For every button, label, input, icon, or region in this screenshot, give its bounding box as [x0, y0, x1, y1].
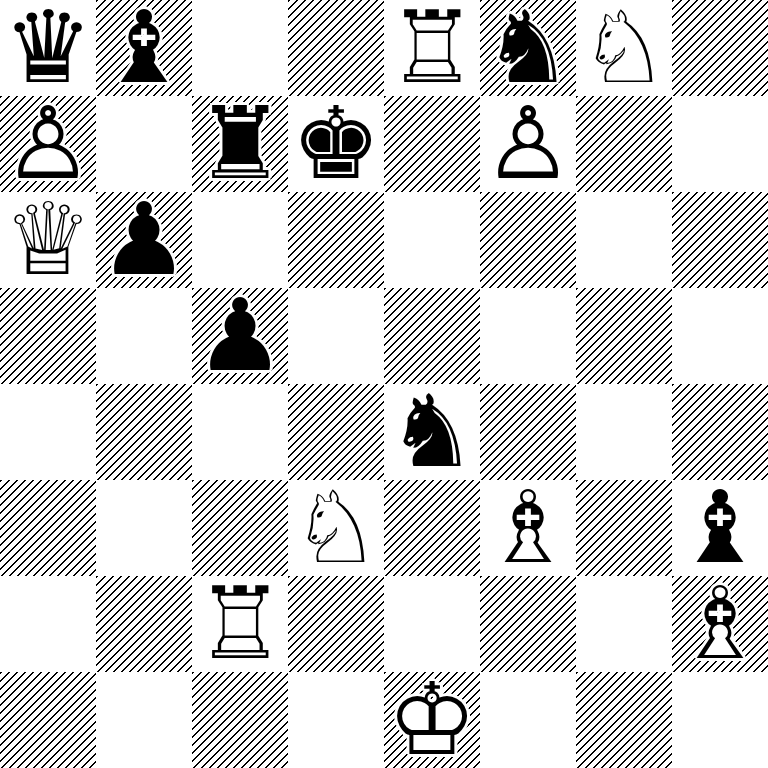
square-g6[interactable]: [576, 192, 672, 288]
white-king[interactable]: ♚♔: [384, 672, 480, 768]
square-b5[interactable]: [96, 288, 192, 384]
square-g3[interactable]: [576, 480, 672, 576]
square-h7[interactable]: [672, 96, 768, 192]
piece-outline-glyph: ♙: [0, 96, 96, 192]
square-d2[interactable]: [288, 576, 384, 672]
black-pawn[interactable]: ♟♟: [192, 288, 288, 384]
square-d3[interactable]: ♞♘: [288, 480, 384, 576]
square-b7[interactable]: [96, 96, 192, 192]
square-c1[interactable]: [192, 672, 288, 768]
square-h8[interactable]: [672, 0, 768, 96]
square-a1[interactable]: [0, 672, 96, 768]
square-a5[interactable]: [0, 288, 96, 384]
square-d1[interactable]: [288, 672, 384, 768]
piece-outline-glyph: ♚: [288, 96, 384, 192]
piece-outline-glyph: ♟: [192, 288, 288, 384]
chess-board: ♛♛♝♝♜♖♞♞♞♘♟♙♜♜♚♚♟♙♛♕♟♟♟♟♞♞♞♘♝♗♝♝♜♖♝♗♚♔: [0, 0, 768, 768]
square-f5[interactable]: [480, 288, 576, 384]
square-h2[interactable]: ♝♗: [672, 576, 768, 672]
square-e3[interactable]: [384, 480, 480, 576]
square-b3[interactable]: [96, 480, 192, 576]
square-b2[interactable]: [96, 576, 192, 672]
square-g1[interactable]: [576, 672, 672, 768]
square-e6[interactable]: [384, 192, 480, 288]
square-d8[interactable]: [288, 0, 384, 96]
square-g8[interactable]: ♞♘: [576, 0, 672, 96]
square-e4[interactable]: ♞♞: [384, 384, 480, 480]
black-rook[interactable]: ♜♜: [192, 96, 288, 192]
white-knight[interactable]: ♞♘: [288, 480, 384, 576]
square-c7[interactable]: ♜♜: [192, 96, 288, 192]
piece-outline-glyph: ♝: [96, 0, 192, 96]
piece-outline-glyph: ♝: [672, 480, 768, 576]
square-f2[interactable]: [480, 576, 576, 672]
square-a3[interactable]: [0, 480, 96, 576]
square-f7[interactable]: ♟♙: [480, 96, 576, 192]
square-a2[interactable]: [0, 576, 96, 672]
black-bishop[interactable]: ♝♝: [672, 480, 768, 576]
white-pawn[interactable]: ♟♙: [0, 96, 96, 192]
square-h3[interactable]: ♝♝: [672, 480, 768, 576]
square-f8[interactable]: ♞♞: [480, 0, 576, 96]
piece-outline-glyph: ♔: [384, 672, 480, 768]
square-e1[interactable]: ♚♔: [384, 672, 480, 768]
piece-outline-glyph: ♖: [384, 0, 480, 96]
square-h5[interactable]: [672, 288, 768, 384]
square-h1[interactable]: [672, 672, 768, 768]
white-rook[interactable]: ♜♖: [192, 576, 288, 672]
square-f3[interactable]: ♝♗: [480, 480, 576, 576]
square-g2[interactable]: [576, 576, 672, 672]
square-g5[interactable]: [576, 288, 672, 384]
piece-outline-glyph: ♞: [480, 0, 576, 96]
black-knight[interactable]: ♞♞: [480, 0, 576, 96]
white-rook[interactable]: ♜♖: [384, 0, 480, 96]
square-f6[interactable]: [480, 192, 576, 288]
black-queen[interactable]: ♛♛: [0, 0, 96, 96]
square-b6[interactable]: ♟♟: [96, 192, 192, 288]
square-h6[interactable]: [672, 192, 768, 288]
square-a4[interactable]: [0, 384, 96, 480]
square-d4[interactable]: [288, 384, 384, 480]
white-bishop[interactable]: ♝♗: [480, 480, 576, 576]
square-b8[interactable]: ♝♝: [96, 0, 192, 96]
square-a6[interactable]: ♛♕: [0, 192, 96, 288]
white-bishop[interactable]: ♝♗: [672, 576, 768, 672]
square-e2[interactable]: [384, 576, 480, 672]
square-g7[interactable]: [576, 96, 672, 192]
piece-outline-glyph: ♘: [288, 480, 384, 576]
piece-outline-glyph: ♖: [192, 576, 288, 672]
piece-outline-glyph: ♞: [384, 384, 480, 480]
piece-outline-glyph: ♜: [192, 96, 288, 192]
white-pawn[interactable]: ♟♙: [480, 96, 576, 192]
black-pawn[interactable]: ♟♟: [96, 192, 192, 288]
square-a8[interactable]: ♛♛: [0, 0, 96, 96]
square-e7[interactable]: [384, 96, 480, 192]
square-c5[interactable]: ♟♟: [192, 288, 288, 384]
piece-outline-glyph: ♗: [672, 576, 768, 672]
square-e5[interactable]: [384, 288, 480, 384]
square-c2[interactable]: ♜♖: [192, 576, 288, 672]
square-d6[interactable]: [288, 192, 384, 288]
piece-outline-glyph: ♗: [480, 480, 576, 576]
black-king[interactable]: ♚♚: [288, 96, 384, 192]
piece-outline-glyph: ♟: [96, 192, 192, 288]
white-queen[interactable]: ♛♕: [0, 192, 96, 288]
square-b4[interactable]: [96, 384, 192, 480]
square-c4[interactable]: [192, 384, 288, 480]
square-b1[interactable]: [96, 672, 192, 768]
square-f4[interactable]: [480, 384, 576, 480]
square-f1[interactable]: [480, 672, 576, 768]
square-h4[interactable]: [672, 384, 768, 480]
black-bishop[interactable]: ♝♝: [96, 0, 192, 96]
piece-outline-glyph: ♕: [0, 192, 96, 288]
square-c3[interactable]: [192, 480, 288, 576]
black-knight[interactable]: ♞♞: [384, 384, 480, 480]
square-c8[interactable]: [192, 0, 288, 96]
square-a7[interactable]: ♟♙: [0, 96, 96, 192]
white-knight[interactable]: ♞♘: [576, 0, 672, 96]
square-c6[interactable]: [192, 192, 288, 288]
piece-outline-glyph: ♛: [0, 0, 96, 96]
piece-outline-glyph: ♙: [480, 96, 576, 192]
square-d5[interactable]: [288, 288, 384, 384]
square-d7[interactable]: ♚♚: [288, 96, 384, 192]
piece-outline-glyph: ♘: [576, 0, 672, 96]
square-e8[interactable]: ♜♖: [384, 0, 480, 96]
square-g4[interactable]: [576, 384, 672, 480]
